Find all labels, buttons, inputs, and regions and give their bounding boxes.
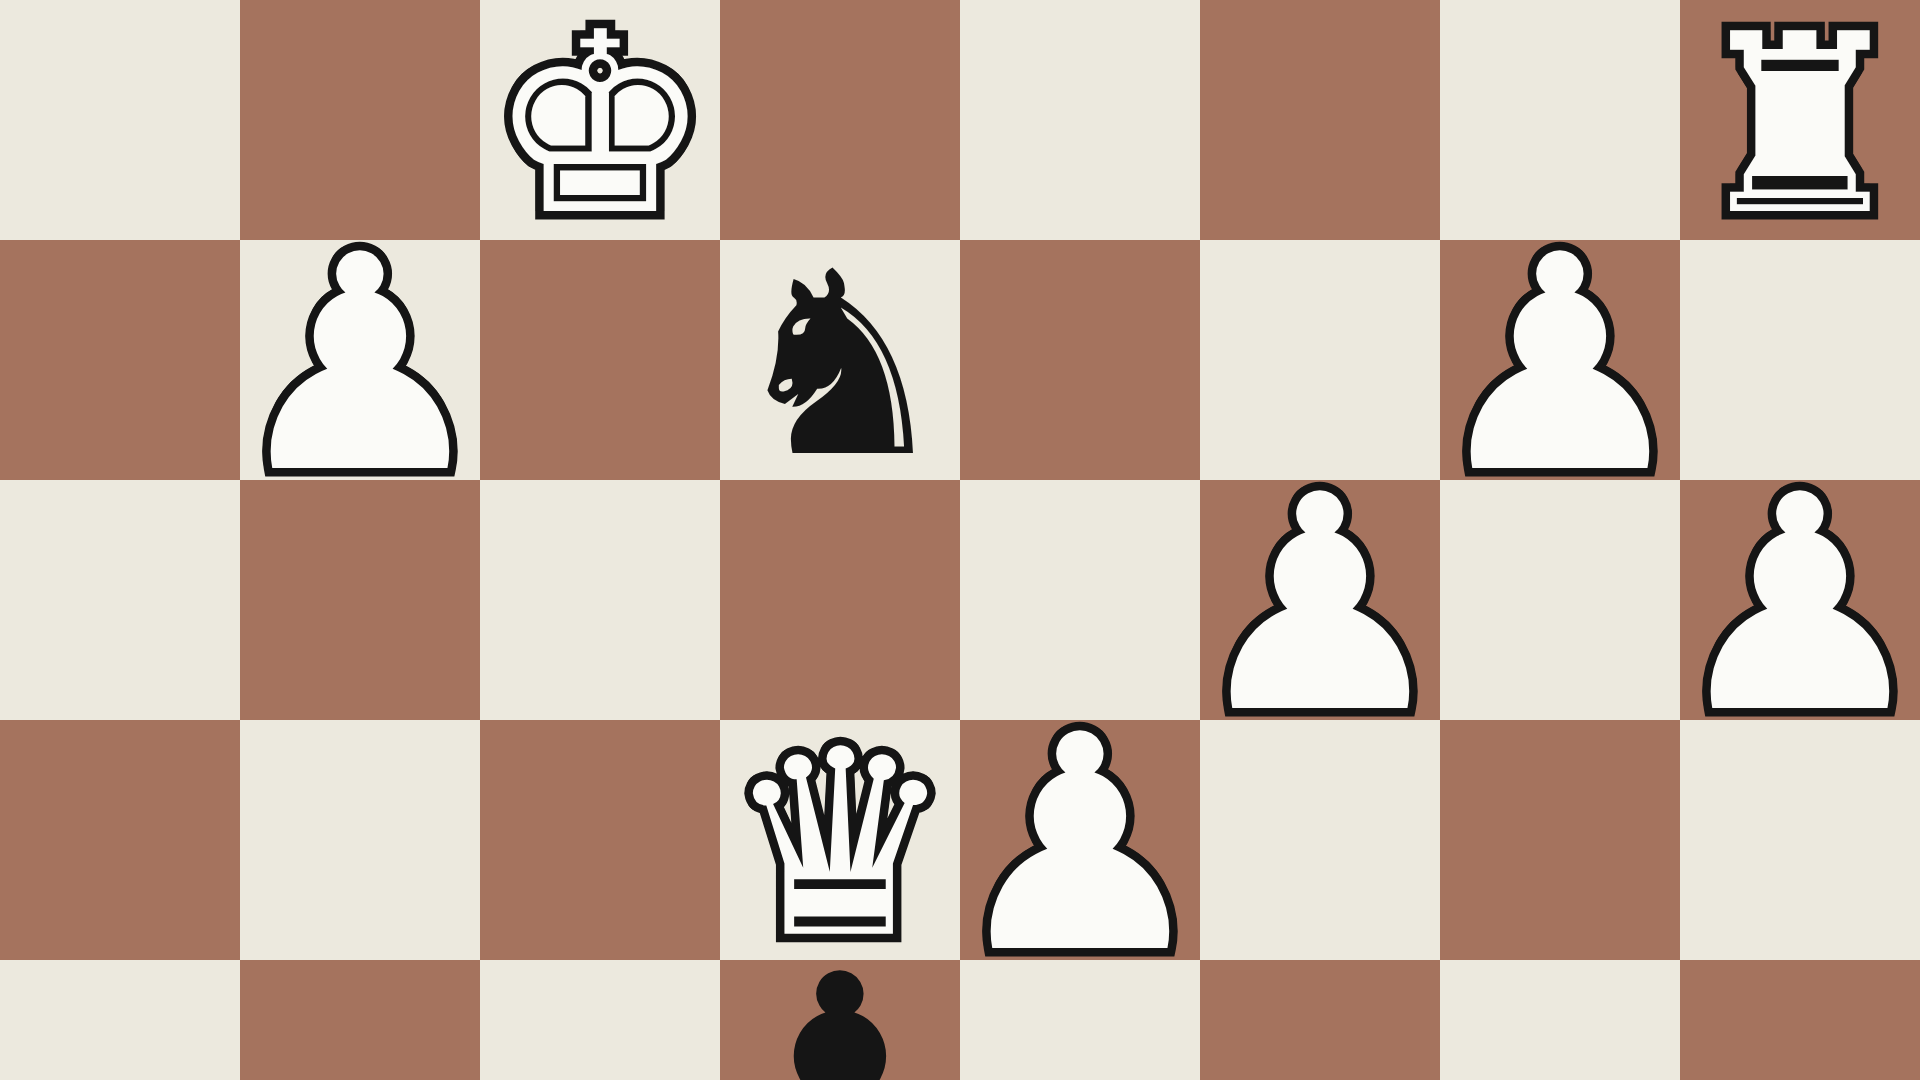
square-a5[interactable] xyxy=(0,720,240,960)
square-b4[interactable] xyxy=(240,960,480,1080)
square-g4[interactable] xyxy=(1440,960,1680,1080)
white-pawn-icon: ♟ xyxy=(1186,456,1453,754)
white-rook[interactable]: ♜♜ xyxy=(1680,5,1920,245)
square-c4[interactable] xyxy=(480,960,720,1080)
square-f4[interactable] xyxy=(1200,960,1440,1080)
square-a6[interactable] xyxy=(0,480,240,720)
square-e7[interactable] xyxy=(960,240,1200,480)
square-d8[interactable] xyxy=(720,0,960,240)
square-h6[interactable]: ♟♟ xyxy=(1680,480,1920,720)
black-knight-icon: ♞ xyxy=(726,238,954,492)
square-d6[interactable] xyxy=(720,480,960,720)
square-a4[interactable] xyxy=(0,960,240,1080)
square-a8[interactable] xyxy=(0,0,240,240)
white-king[interactable]: ♚♚ xyxy=(480,5,720,245)
black-knight[interactable]: ♞ xyxy=(720,245,960,485)
square-h4[interactable] xyxy=(1680,960,1920,1080)
square-g6[interactable] xyxy=(1440,480,1680,720)
white-king-icon: ♚ xyxy=(488,0,712,250)
square-f8[interactable] xyxy=(1200,0,1440,240)
square-h5[interactable] xyxy=(1680,720,1920,960)
square-c6[interactable] xyxy=(480,480,720,720)
black-pawn-icon: ♟ xyxy=(706,936,973,1080)
square-g7[interactable]: ♟♟ xyxy=(1440,240,1680,480)
square-d4[interactable]: ♟ xyxy=(720,960,960,1080)
chess-board: ♚♚♜♜♟♟♞♟♟♟♟♟♟♛♛♟♟♟ xyxy=(0,0,1920,1080)
board-viewport: ♚♚♜♜♟♟♞♟♟♟♟♟♟♛♛♟♟♟ xyxy=(0,0,1920,1080)
white-pawn-icon: ♟ xyxy=(1666,456,1920,754)
square-b6[interactable] xyxy=(240,480,480,720)
white-pawn-icon: ♟ xyxy=(226,216,493,514)
white-pawn-icon: ♟ xyxy=(946,696,1213,994)
square-f6[interactable]: ♟♟ xyxy=(1200,480,1440,720)
square-f5[interactable] xyxy=(1200,720,1440,960)
black-pawn[interactable]: ♟ xyxy=(720,965,960,1080)
square-e4[interactable] xyxy=(960,960,1200,1080)
white-pawn[interactable]: ♟♟ xyxy=(1200,485,1440,725)
square-c8[interactable]: ♚♚ xyxy=(480,0,720,240)
square-e8[interactable] xyxy=(960,0,1200,240)
white-pawn[interactable]: ♟♟ xyxy=(1680,485,1920,725)
white-rook-icon: ♜ xyxy=(1689,1,1911,249)
square-e5[interactable]: ♟♟ xyxy=(960,720,1200,960)
square-c7[interactable] xyxy=(480,240,720,480)
white-pawn[interactable]: ♟♟ xyxy=(1440,245,1680,485)
white-pawn[interactable]: ♟♟ xyxy=(960,725,1200,965)
square-g5[interactable] xyxy=(1440,720,1680,960)
square-a7[interactable] xyxy=(0,240,240,480)
square-c5[interactable] xyxy=(480,720,720,960)
square-b7[interactable]: ♟♟ xyxy=(240,240,480,480)
square-d7[interactable]: ♞ xyxy=(720,240,960,480)
square-h8[interactable]: ♜♜ xyxy=(1680,0,1920,240)
white-pawn[interactable]: ♟♟ xyxy=(240,245,480,485)
white-pawn-icon: ♟ xyxy=(1426,216,1693,514)
square-b5[interactable] xyxy=(240,720,480,960)
